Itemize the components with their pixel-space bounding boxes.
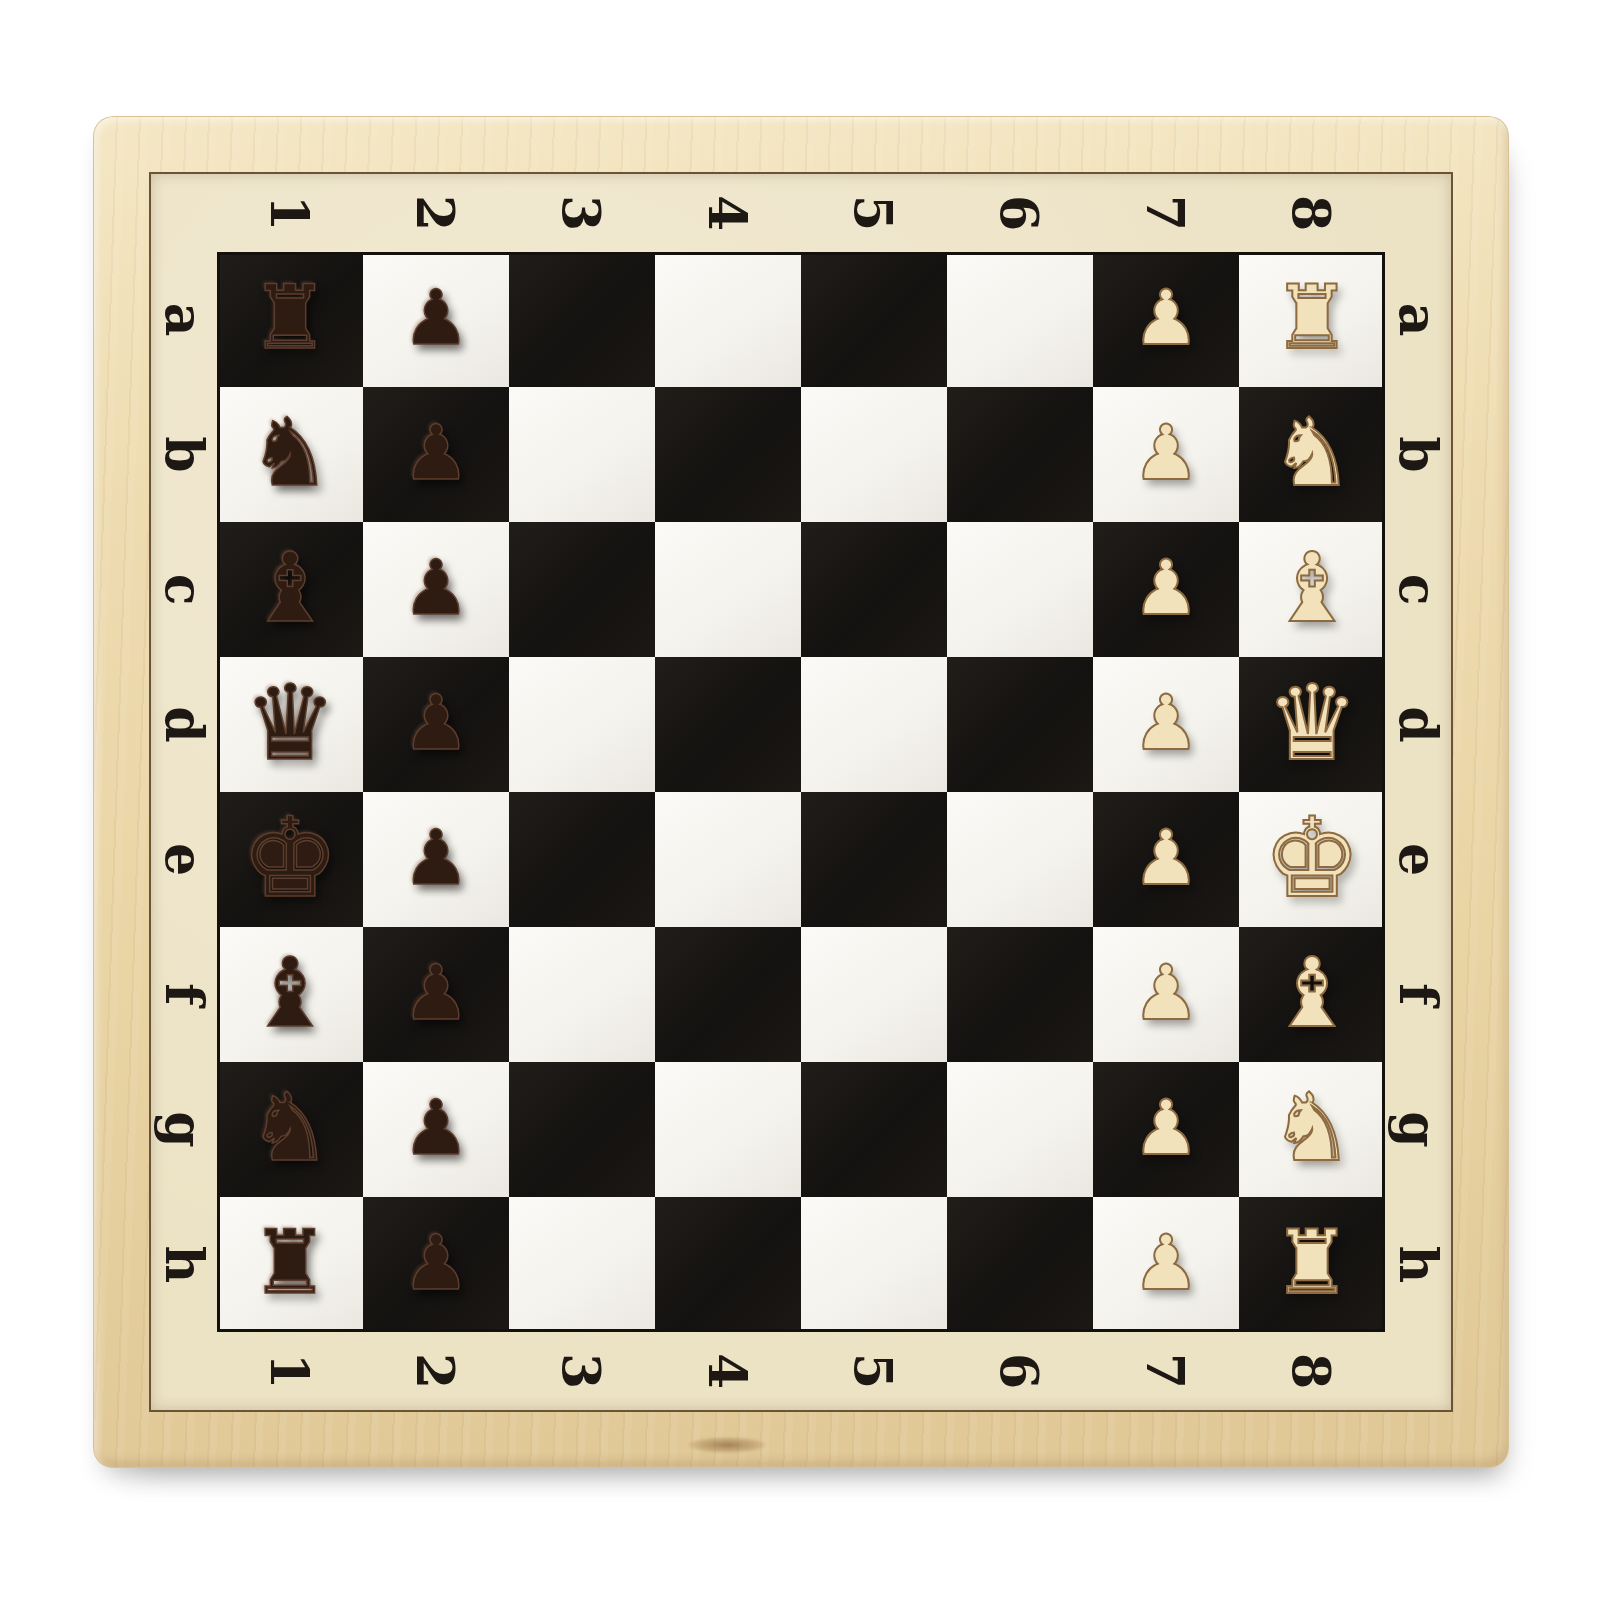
black-knight-g1[interactable]: ♞ bbox=[248, 1081, 332, 1175]
white-knight-b8[interactable]: ♞ bbox=[1270, 406, 1354, 500]
black-pawn-h2[interactable]: ♟ bbox=[402, 1225, 470, 1301]
white-rook-h8[interactable]: ♜ bbox=[1273, 1219, 1352, 1307]
square-f6[interactable] bbox=[947, 927, 1093, 1062]
square-b5[interactable] bbox=[801, 387, 947, 522]
white-pawn-b7[interactable]: ♟ bbox=[1132, 415, 1200, 491]
square-g6[interactable] bbox=[947, 1062, 1093, 1197]
square-b1[interactable]: ♞ bbox=[217, 387, 363, 522]
square-d2[interactable]: ♟ bbox=[363, 657, 509, 792]
square-c8[interactable]: ♝ bbox=[1239, 522, 1385, 657]
white-rook-a8[interactable]: ♜ bbox=[1273, 274, 1352, 362]
square-a3[interactable] bbox=[509, 252, 655, 387]
white-queen-d8[interactable]: ♛ bbox=[1265, 671, 1358, 775]
square-h5[interactable] bbox=[801, 1197, 947, 1332]
square-g7[interactable]: ♟ bbox=[1093, 1062, 1239, 1197]
square-f1[interactable]: ♝ bbox=[217, 927, 363, 1062]
square-a4[interactable] bbox=[655, 252, 801, 387]
square-g2[interactable]: ♟ bbox=[363, 1062, 509, 1197]
white-pawn-c7[interactable]: ♟ bbox=[1132, 550, 1200, 626]
black-rook-h1[interactable]: ♜ bbox=[251, 1219, 330, 1307]
square-f8[interactable]: ♝ bbox=[1239, 927, 1385, 1062]
square-f2[interactable]: ♟ bbox=[363, 927, 509, 1062]
square-a1[interactable]: ♜ bbox=[217, 252, 363, 387]
square-e4[interactable] bbox=[655, 792, 801, 927]
black-pawn-e2[interactable]: ♟ bbox=[402, 820, 470, 896]
square-b4[interactable] bbox=[655, 387, 801, 522]
square-h4[interactable] bbox=[655, 1197, 801, 1332]
square-c6[interactable] bbox=[947, 522, 1093, 657]
black-king-e1[interactable]: ♚ bbox=[241, 803, 340, 913]
white-bishop-c8[interactable]: ♝ bbox=[1269, 540, 1355, 636]
square-d3[interactable] bbox=[509, 657, 655, 792]
square-e2[interactable]: ♟ bbox=[363, 792, 509, 927]
black-queen-d1[interactable]: ♛ bbox=[243, 671, 336, 775]
white-knight-g8[interactable]: ♞ bbox=[1270, 1081, 1354, 1175]
white-pawn-g7[interactable]: ♟ bbox=[1132, 1090, 1200, 1166]
square-g1[interactable]: ♞ bbox=[217, 1062, 363, 1197]
square-c1[interactable]: ♝ bbox=[217, 522, 363, 657]
square-a8[interactable]: ♜ bbox=[1239, 252, 1385, 387]
square-h3[interactable] bbox=[509, 1197, 655, 1332]
square-d7[interactable]: ♟ bbox=[1093, 657, 1239, 792]
photo-background: { "game": "chess", "scene": "Overhead ph… bbox=[0, 0, 1601, 1601]
square-d6[interactable] bbox=[947, 657, 1093, 792]
square-f7[interactable]: ♟ bbox=[1093, 927, 1239, 1062]
square-a2[interactable]: ♟ bbox=[363, 252, 509, 387]
square-e7[interactable]: ♟ bbox=[1093, 792, 1239, 927]
square-g4[interactable] bbox=[655, 1062, 801, 1197]
square-d1[interactable]: ♛ bbox=[217, 657, 363, 792]
square-f3[interactable] bbox=[509, 927, 655, 1062]
square-e8[interactable]: ♚ bbox=[1239, 792, 1385, 927]
black-rook-a1[interactable]: ♜ bbox=[251, 274, 330, 362]
square-f4[interactable] bbox=[655, 927, 801, 1062]
black-pawn-f2[interactable]: ♟ bbox=[402, 955, 470, 1031]
black-pawn-a2[interactable]: ♟ bbox=[402, 280, 470, 356]
white-pawn-e7[interactable]: ♟ bbox=[1132, 820, 1200, 896]
white-pawn-d7[interactable]: ♟ bbox=[1132, 685, 1200, 761]
square-b6[interactable] bbox=[947, 387, 1093, 522]
black-bishop-c1[interactable]: ♝ bbox=[247, 540, 333, 636]
square-h1[interactable]: ♜ bbox=[217, 1197, 363, 1332]
black-pawn-b2[interactable]: ♟ bbox=[402, 415, 470, 491]
white-pawn-a7[interactable]: ♟ bbox=[1132, 280, 1200, 356]
square-c3[interactable] bbox=[509, 522, 655, 657]
square-c2[interactable]: ♟ bbox=[363, 522, 509, 657]
black-pawn-g2[interactable]: ♟ bbox=[402, 1090, 470, 1166]
square-h6[interactable] bbox=[947, 1197, 1093, 1332]
board-surface: 1122334455667788aabbccddeeffgghh♜♟♟♜♞♟♟♞… bbox=[149, 172, 1453, 1412]
black-pawn-d2[interactable]: ♟ bbox=[402, 685, 470, 761]
white-pawn-h7[interactable]: ♟ bbox=[1132, 1225, 1200, 1301]
square-e6[interactable] bbox=[947, 792, 1093, 927]
square-h7[interactable]: ♟ bbox=[1093, 1197, 1239, 1332]
square-e1[interactable]: ♚ bbox=[217, 792, 363, 927]
square-e3[interactable] bbox=[509, 792, 655, 927]
square-e5[interactable] bbox=[801, 792, 947, 927]
square-c5[interactable] bbox=[801, 522, 947, 657]
square-g8[interactable]: ♞ bbox=[1239, 1062, 1385, 1197]
square-a5[interactable] bbox=[801, 252, 947, 387]
square-a6[interactable] bbox=[947, 252, 1093, 387]
square-b7[interactable]: ♟ bbox=[1093, 387, 1239, 522]
square-h2[interactable]: ♟ bbox=[363, 1197, 509, 1332]
chess-board: 1122334455667788aabbccddeeffgghh♜♟♟♜♞♟♟♞… bbox=[93, 116, 1509, 1468]
square-d8[interactable]: ♛ bbox=[1239, 657, 1385, 792]
square-d5[interactable] bbox=[801, 657, 947, 792]
square-b8[interactable]: ♞ bbox=[1239, 387, 1385, 522]
square-b3[interactable] bbox=[509, 387, 655, 522]
square-c7[interactable]: ♟ bbox=[1093, 522, 1239, 657]
square-h8[interactable]: ♜ bbox=[1239, 1197, 1385, 1332]
white-king-e8[interactable]: ♚ bbox=[1263, 803, 1362, 913]
white-bishop-f8[interactable]: ♝ bbox=[1269, 945, 1355, 1041]
white-pawn-f7[interactable]: ♟ bbox=[1132, 955, 1200, 1031]
black-knight-b1[interactable]: ♞ bbox=[248, 406, 332, 500]
square-b2[interactable]: ♟ bbox=[363, 387, 509, 522]
black-bishop-f1[interactable]: ♝ bbox=[247, 945, 333, 1041]
square-d4[interactable] bbox=[655, 657, 801, 792]
square-a7[interactable]: ♟ bbox=[1093, 252, 1239, 387]
black-pawn-c2[interactable]: ♟ bbox=[402, 550, 470, 626]
square-g3[interactable] bbox=[509, 1062, 655, 1197]
square-f5[interactable] bbox=[801, 927, 947, 1062]
square-c4[interactable] bbox=[655, 522, 801, 657]
square-g5[interactable] bbox=[801, 1062, 947, 1197]
